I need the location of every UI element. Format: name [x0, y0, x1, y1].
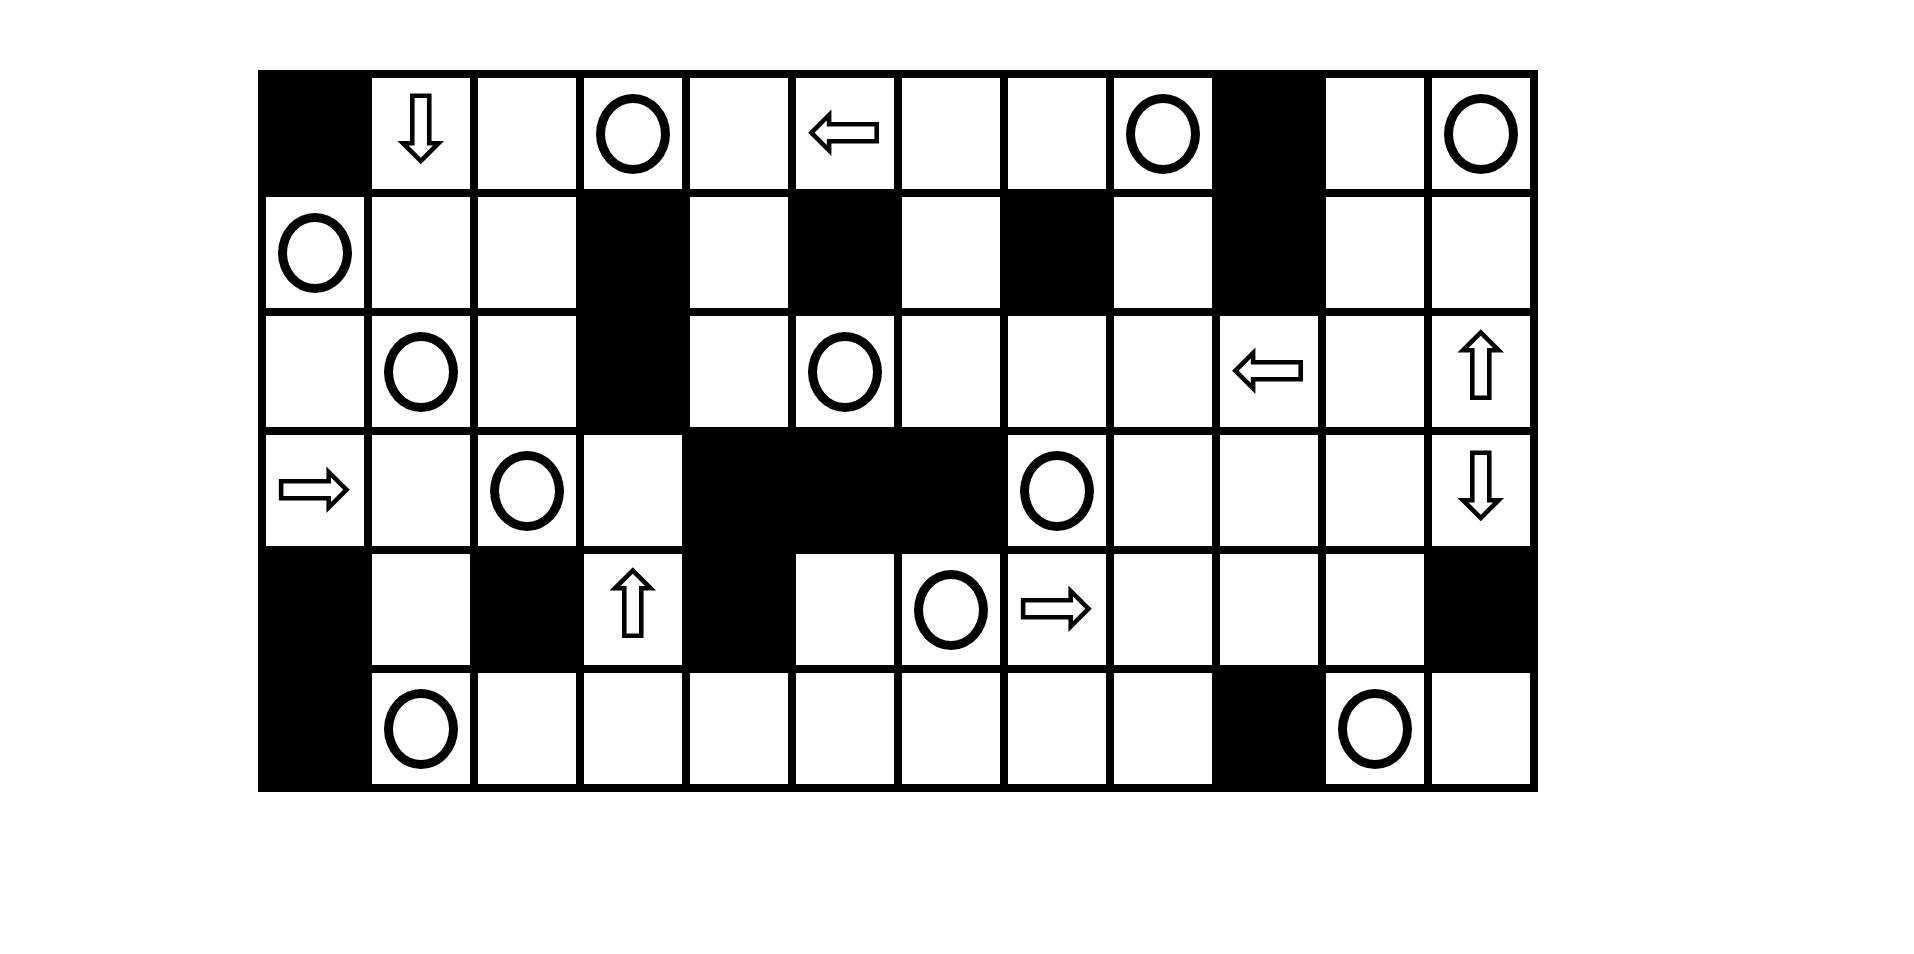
left-arrow-cell-r3c10[interactable]: ⇦: [1220, 316, 1318, 427]
puzzle-board: ⇩⇦⇦⇧⇨⇩⇧⇨: [258, 70, 1538, 792]
empty-cell-r6c12[interactable]: [1432, 673, 1530, 784]
black-cell-r2c8[interactable]: [1008, 197, 1106, 308]
left-arrow-cell-r1c6[interactable]: ⇦: [796, 78, 894, 189]
right-arrow-cell-r5c8[interactable]: ⇨: [1008, 554, 1106, 665]
empty-cell-r6c8[interactable]: [1008, 673, 1106, 784]
black-cell-r4c7[interactable]: [902, 435, 1000, 546]
circle-icon: [384, 689, 458, 769]
circle-icon: [1126, 94, 1200, 174]
black-cell-r4c5[interactable]: [690, 435, 788, 546]
up-arrow-icon: ⇧: [594, 559, 673, 653]
black-cell-r1c1[interactable]: [266, 78, 364, 189]
right-arrow-icon: ⇨: [276, 440, 355, 534]
circle-cell-r6c2[interactable]: [372, 673, 470, 784]
empty-cell-r3c1[interactable]: [266, 316, 364, 427]
circle-cell-r5c7[interactable]: [902, 554, 1000, 665]
empty-cell-r5c9[interactable]: [1114, 554, 1212, 665]
empty-cell-r1c11[interactable]: [1326, 78, 1424, 189]
black-cell-r3c4[interactable]: [584, 316, 682, 427]
circle-icon: [1444, 94, 1518, 174]
down-arrow-cell-r4c12[interactable]: ⇩: [1432, 435, 1530, 546]
empty-cell-r6c7[interactable]: [902, 673, 1000, 784]
black-cell-r4c6[interactable]: [796, 435, 894, 546]
empty-cell-r4c9[interactable]: [1114, 435, 1212, 546]
circle-cell-r3c6[interactable]: [796, 316, 894, 427]
left-arrow-icon: ⇦: [1230, 321, 1309, 415]
down-arrow-cell-r1c2[interactable]: ⇩: [372, 78, 470, 189]
empty-cell-r5c2[interactable]: [372, 554, 470, 665]
circle-cell-r1c12[interactable]: [1432, 78, 1530, 189]
empty-cell-r3c7[interactable]: [902, 316, 1000, 427]
circle-cell-r6c11[interactable]: [1326, 673, 1424, 784]
empty-cell-r6c9[interactable]: [1114, 673, 1212, 784]
black-cell-r2c4[interactable]: [584, 197, 682, 308]
circle-icon: [278, 213, 352, 293]
empty-cell-r4c11[interactable]: [1326, 435, 1424, 546]
empty-cell-r1c8[interactable]: [1008, 78, 1106, 189]
circle-icon: [914, 570, 988, 650]
up-arrow-icon: ⇧: [1442, 321, 1521, 415]
empty-cell-r3c5[interactable]: [690, 316, 788, 427]
empty-cell-r6c3[interactable]: [478, 673, 576, 784]
circle-cell-r1c4[interactable]: [584, 78, 682, 189]
empty-cell-r2c7[interactable]: [902, 197, 1000, 308]
circle-icon: [1020, 451, 1094, 531]
empty-cell-r5c6[interactable]: [796, 554, 894, 665]
circle-cell-r4c8[interactable]: [1008, 435, 1106, 546]
circle-icon: [808, 332, 882, 412]
empty-cell-r4c2[interactable]: [372, 435, 470, 546]
empty-cell-r2c12[interactable]: [1432, 197, 1530, 308]
circle-cell-r4c3[interactable]: [478, 435, 576, 546]
empty-cell-r3c11[interactable]: [1326, 316, 1424, 427]
empty-cell-r6c4[interactable]: [584, 673, 682, 784]
black-cell-r6c1[interactable]: [266, 673, 364, 784]
circle-cell-r1c9[interactable]: [1114, 78, 1212, 189]
empty-cell-r2c11[interactable]: [1326, 197, 1424, 308]
empty-cell-r6c6[interactable]: [796, 673, 894, 784]
down-arrow-icon: ⇩: [382, 83, 461, 177]
empty-cell-r2c9[interactable]: [1114, 197, 1212, 308]
black-cell-r5c5[interactable]: [690, 554, 788, 665]
circle-cell-r3c2[interactable]: [372, 316, 470, 427]
up-arrow-cell-r3c12[interactable]: ⇧: [1432, 316, 1530, 427]
empty-cell-r3c3[interactable]: [478, 316, 576, 427]
circle-icon: [1338, 689, 1412, 769]
empty-cell-r2c5[interactable]: [690, 197, 788, 308]
black-cell-r1c10[interactable]: [1220, 78, 1318, 189]
empty-cell-r4c10[interactable]: [1220, 435, 1318, 546]
empty-cell-r2c2[interactable]: [372, 197, 470, 308]
empty-cell-r6c5[interactable]: [690, 673, 788, 784]
empty-cell-r5c11[interactable]: [1326, 554, 1424, 665]
circle-icon: [490, 451, 564, 531]
right-arrow-cell-r4c1[interactable]: ⇨: [266, 435, 364, 546]
empty-cell-r1c7[interactable]: [902, 78, 1000, 189]
circle-cell-r2c1[interactable]: [266, 197, 364, 308]
empty-cell-r3c9[interactable]: [1114, 316, 1212, 427]
black-cell-r5c1[interactable]: [266, 554, 364, 665]
empty-cell-r3c8[interactable]: [1008, 316, 1106, 427]
black-cell-r5c12[interactable]: [1432, 554, 1530, 665]
empty-cell-r4c4[interactable]: [584, 435, 682, 546]
empty-cell-r5c10[interactable]: [1220, 554, 1318, 665]
empty-cell-r1c5[interactable]: [690, 78, 788, 189]
up-arrow-cell-r5c4[interactable]: ⇧: [584, 554, 682, 665]
empty-cell-r1c3[interactable]: [478, 78, 576, 189]
right-arrow-icon: ⇨: [1018, 559, 1097, 653]
down-arrow-icon: ⇩: [1442, 440, 1521, 534]
black-cell-r2c10[interactable]: [1220, 197, 1318, 308]
empty-cell-r2c3[interactable]: [478, 197, 576, 308]
black-cell-r2c6[interactable]: [796, 197, 894, 308]
left-arrow-icon: ⇦: [806, 83, 885, 177]
black-cell-r5c3[interactable]: [478, 554, 576, 665]
circle-icon: [384, 332, 458, 412]
circle-icon: [596, 94, 670, 174]
black-cell-r6c10[interactable]: [1220, 673, 1318, 784]
puzzle-page: ⇩⇦⇦⇧⇨⇩⇧⇨: [0, 0, 1914, 954]
